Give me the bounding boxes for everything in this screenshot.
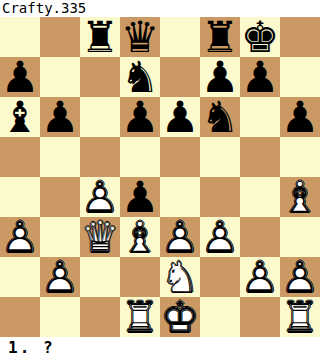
piece-outline-glyph: ♙ <box>0 217 40 257</box>
black-queen-piece[interactable]: ♛ <box>120 17 160 57</box>
black-rook-piece[interactable]: ♜ <box>80 17 120 57</box>
square-h1[interactable]: ♜♖ <box>280 297 320 337</box>
piece-outline-glyph: ♖ <box>280 297 320 337</box>
square-e2[interactable]: ♞♘ <box>160 257 200 297</box>
square-b3[interactable] <box>40 217 80 257</box>
white-knight-piece[interactable]: ♞♘ <box>160 257 200 297</box>
square-a5[interactable] <box>0 137 40 177</box>
piece-fill-glyph: ♟ <box>160 97 200 137</box>
square-g5[interactable] <box>240 137 280 177</box>
piece-fill-glyph: ♞ <box>120 57 160 97</box>
piece-outline-glyph: ♘ <box>160 257 200 297</box>
black-pawn-piece[interactable]: ♟ <box>120 97 160 137</box>
square-h7[interactable] <box>280 57 320 97</box>
black-pawn-piece[interactable]: ♟ <box>200 57 240 97</box>
piece-fill-glyph: ♟ <box>240 57 280 97</box>
square-c6[interactable] <box>80 97 120 137</box>
white-pawn-piece[interactable]: ♟♙ <box>0 217 40 257</box>
piece-outline-glyph: ♙ <box>200 217 240 257</box>
square-g4[interactable] <box>240 177 280 217</box>
black-bishop-piece[interactable]: ♝ <box>0 97 40 137</box>
square-d6[interactable]: ♟ <box>120 97 160 137</box>
square-c2[interactable] <box>80 257 120 297</box>
square-g2[interactable]: ♟♙ <box>240 257 280 297</box>
piece-outline-glyph: ♙ <box>40 257 80 297</box>
square-e1[interactable]: ♚♔ <box>160 297 200 337</box>
square-f6[interactable]: ♞ <box>200 97 240 137</box>
white-rook-piece[interactable]: ♜♖ <box>280 297 320 337</box>
square-b2[interactable]: ♟♙ <box>40 257 80 297</box>
square-h3[interactable] <box>280 217 320 257</box>
chess-app-window: Crafty.335 ♜♛♜♚♟♞♟♟♝♟♟♟♞♟♟♙♟♝♗♟♙♛♕♝♗♟♙♟♙… <box>0 0 320 360</box>
square-a3[interactable]: ♟♙ <box>0 217 40 257</box>
square-f8[interactable]: ♜ <box>200 17 240 57</box>
black-pawn-piece[interactable]: ♟ <box>40 97 80 137</box>
piece-outline-glyph: ♗ <box>120 217 160 257</box>
piece-outline-glyph: ♕ <box>80 217 120 257</box>
piece-fill-glyph: ♜ <box>80 17 120 57</box>
piece-outline-glyph: ♔ <box>160 297 200 337</box>
piece-fill-glyph: ♛ <box>120 17 160 57</box>
square-b8[interactable] <box>40 17 80 57</box>
piece-fill-glyph: ♟ <box>120 177 160 217</box>
black-pawn-piece[interactable]: ♟ <box>280 97 320 137</box>
black-pawn-piece[interactable]: ♟ <box>160 97 200 137</box>
piece-outline-glyph: ♖ <box>120 297 160 337</box>
square-d3[interactable]: ♝♗ <box>120 217 160 257</box>
square-d7[interactable]: ♞ <box>120 57 160 97</box>
square-a7[interactable]: ♟ <box>0 57 40 97</box>
square-c4[interactable]: ♟♙ <box>80 177 120 217</box>
square-f1[interactable] <box>200 297 240 337</box>
square-b5[interactable] <box>40 137 80 177</box>
square-d5[interactable] <box>120 137 160 177</box>
square-e8[interactable] <box>160 17 200 57</box>
square-f2[interactable] <box>200 257 240 297</box>
black-rook-piece[interactable]: ♜ <box>200 17 240 57</box>
square-c3[interactable]: ♛♕ <box>80 217 120 257</box>
square-h6[interactable]: ♟ <box>280 97 320 137</box>
piece-fill-glyph: ♟ <box>40 97 80 137</box>
square-d4[interactable]: ♟ <box>120 177 160 217</box>
chess-board: ♜♛♜♚♟♞♟♟♝♟♟♟♞♟♟♙♟♝♗♟♙♛♕♝♗♟♙♟♙♟♙♞♘♟♙♟♙♜♖♚… <box>0 17 320 337</box>
black-pawn-piece[interactable]: ♟ <box>0 57 40 97</box>
square-f3[interactable]: ♟♙ <box>200 217 240 257</box>
black-king-piece[interactable]: ♚ <box>240 17 280 57</box>
piece-outline-glyph: ♗ <box>280 177 320 217</box>
square-e7[interactable] <box>160 57 200 97</box>
square-f5[interactable] <box>200 137 240 177</box>
square-h2[interactable]: ♟♙ <box>280 257 320 297</box>
piece-outline-glyph: ♙ <box>240 257 280 297</box>
white-pawn-piece[interactable]: ♟♙ <box>80 177 120 217</box>
square-h8[interactable] <box>280 17 320 57</box>
black-pawn-piece[interactable]: ♟ <box>240 57 280 97</box>
square-a1[interactable] <box>0 297 40 337</box>
piece-fill-glyph: ♟ <box>200 57 240 97</box>
white-pawn-piece[interactable]: ♟♙ <box>240 257 280 297</box>
piece-fill-glyph: ♟ <box>0 57 40 97</box>
square-c5[interactable] <box>80 137 120 177</box>
square-f7[interactable]: ♟ <box>200 57 240 97</box>
white-pawn-piece[interactable]: ♟♙ <box>160 217 200 257</box>
white-rook-piece[interactable]: ♜♖ <box>120 297 160 337</box>
piece-fill-glyph: ♝ <box>0 97 40 137</box>
square-c8[interactable]: ♜ <box>80 17 120 57</box>
piece-outline-glyph: ♙ <box>160 217 200 257</box>
square-d1[interactable]: ♜♖ <box>120 297 160 337</box>
square-a4[interactable] <box>0 177 40 217</box>
square-h4[interactable]: ♝♗ <box>280 177 320 217</box>
piece-outline-glyph: ♙ <box>280 257 320 297</box>
square-c7[interactable] <box>80 57 120 97</box>
white-king-piece[interactable]: ♚♔ <box>160 297 200 337</box>
piece-fill-glyph: ♟ <box>120 97 160 137</box>
white-pawn-piece[interactable]: ♟♙ <box>280 257 320 297</box>
piece-fill-glyph: ♜ <box>200 17 240 57</box>
square-b4[interactable] <box>40 177 80 217</box>
square-g6[interactable] <box>240 97 280 137</box>
piece-fill-glyph: ♚ <box>240 17 280 57</box>
square-g3[interactable] <box>240 217 280 257</box>
square-d8[interactable]: ♛ <box>120 17 160 57</box>
square-g7[interactable]: ♟ <box>240 57 280 97</box>
white-pawn-piece[interactable]: ♟♙ <box>200 217 240 257</box>
square-e3[interactable]: ♟♙ <box>160 217 200 257</box>
square-e5[interactable] <box>160 137 200 177</box>
square-d2[interactable] <box>120 257 160 297</box>
square-a6[interactable]: ♝ <box>0 97 40 137</box>
black-knight-piece[interactable]: ♞ <box>200 97 240 137</box>
white-queen-piece[interactable]: ♛♕ <box>80 217 120 257</box>
piece-outline-glyph: ♙ <box>80 177 120 217</box>
move-prompt: 1. ? <box>0 337 320 360</box>
piece-fill-glyph: ♟ <box>280 97 320 137</box>
square-g1[interactable] <box>240 297 280 337</box>
square-h5[interactable] <box>280 137 320 177</box>
square-b6[interactable]: ♟ <box>40 97 80 137</box>
square-b1[interactable] <box>40 297 80 337</box>
square-g8[interactable]: ♚ <box>240 17 280 57</box>
square-c1[interactable] <box>80 297 120 337</box>
black-pawn-piece[interactable]: ♟ <box>120 177 160 217</box>
white-bishop-piece[interactable]: ♝♗ <box>120 217 160 257</box>
square-f4[interactable] <box>200 177 240 217</box>
square-e4[interactable] <box>160 177 200 217</box>
square-b7[interactable] <box>40 57 80 97</box>
piece-fill-glyph: ♞ <box>200 97 240 137</box>
square-e6[interactable]: ♟ <box>160 97 200 137</box>
white-pawn-piece[interactable]: ♟♙ <box>40 257 80 297</box>
square-a8[interactable] <box>0 17 40 57</box>
black-knight-piece[interactable]: ♞ <box>120 57 160 97</box>
white-bishop-piece[interactable]: ♝♗ <box>280 177 320 217</box>
square-a2[interactable] <box>0 257 40 297</box>
